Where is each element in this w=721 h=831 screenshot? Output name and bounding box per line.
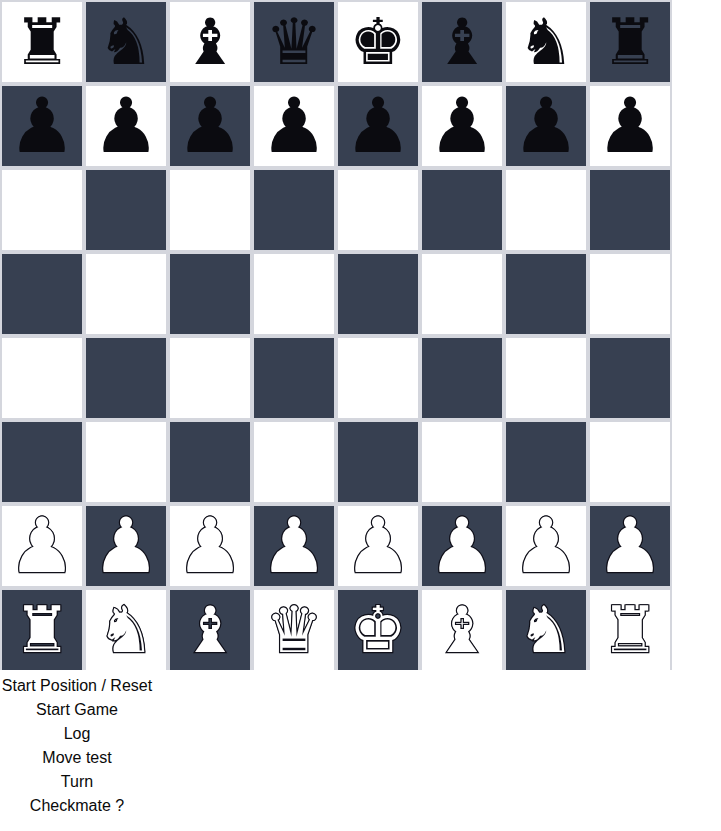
piece-black-knight: ♞ — [97, 10, 154, 74]
square-g4[interactable] — [506, 338, 586, 418]
square-a6[interactable] — [2, 170, 82, 250]
square-h2[interactable]: ♟ — [590, 506, 670, 586]
square-d7[interactable]: ♟ — [254, 86, 334, 166]
square-h3[interactable] — [590, 422, 670, 502]
square-g6[interactable] — [506, 170, 586, 250]
piece-black-knight: ♞ — [517, 10, 574, 74]
piece-black-pawn: ♟ — [8, 88, 76, 164]
square-h1[interactable]: ♜ — [590, 590, 670, 670]
square-c2[interactable]: ♟ — [170, 506, 250, 586]
piece-white-pawn: ♟ — [8, 508, 76, 584]
square-c6[interactable] — [170, 170, 250, 250]
piece-white-rook: ♜ — [601, 598, 658, 662]
square-e7[interactable]: ♟ — [338, 86, 418, 166]
piece-white-pawn: ♟ — [92, 508, 160, 584]
square-f4[interactable] — [422, 338, 502, 418]
square-d8[interactable]: ♛ — [254, 2, 334, 82]
square-b4[interactable] — [86, 338, 166, 418]
square-g1[interactable]: ♞ — [506, 590, 586, 670]
square-f2[interactable]: ♟ — [422, 506, 502, 586]
piece-black-rook: ♜ — [13, 10, 70, 74]
piece-white-rook: ♜ — [13, 598, 70, 662]
square-b2[interactable]: ♟ — [86, 506, 166, 586]
square-b3[interactable] — [86, 422, 166, 502]
piece-white-queen: ♛ — [265, 598, 322, 662]
square-g7[interactable]: ♟ — [506, 86, 586, 166]
piece-black-pawn: ♟ — [596, 88, 664, 164]
piece-white-pawn: ♟ — [344, 508, 412, 584]
square-a4[interactable] — [2, 338, 82, 418]
piece-black-king: ♚ — [349, 10, 406, 74]
piece-white-bishop: ♝ — [181, 598, 238, 662]
square-e4[interactable] — [338, 338, 418, 418]
square-a5[interactable] — [2, 254, 82, 334]
square-c1[interactable]: ♝ — [170, 590, 250, 670]
square-d3[interactable] — [254, 422, 334, 502]
piece-black-pawn: ♟ — [92, 88, 160, 164]
piece-white-pawn: ♟ — [428, 508, 496, 584]
piece-black-bishop: ♝ — [433, 10, 490, 74]
menu-item-checkmate[interactable]: Checkmate ? — [0, 794, 154, 818]
square-f6[interactable] — [422, 170, 502, 250]
square-a2[interactable]: ♟ — [2, 506, 82, 586]
menu-item-move-test[interactable]: Move test — [0, 746, 154, 770]
menu-item-log[interactable]: Log — [0, 722, 154, 746]
piece-white-king: ♚ — [349, 598, 406, 662]
square-g5[interactable] — [506, 254, 586, 334]
square-h6[interactable] — [590, 170, 670, 250]
square-g8[interactable]: ♞ — [506, 2, 586, 82]
square-c3[interactable] — [170, 422, 250, 502]
square-d6[interactable] — [254, 170, 334, 250]
square-b5[interactable] — [86, 254, 166, 334]
menu-item-start-position-reset[interactable]: Start Position / Reset — [0, 674, 154, 698]
square-g3[interactable] — [506, 422, 586, 502]
piece-black-pawn: ♟ — [344, 88, 412, 164]
piece-white-pawn: ♟ — [176, 508, 244, 584]
square-e6[interactable] — [338, 170, 418, 250]
square-b7[interactable]: ♟ — [86, 86, 166, 166]
square-e2[interactable]: ♟ — [338, 506, 418, 586]
menu-item-turn[interactable]: Turn — [0, 770, 154, 794]
square-d4[interactable] — [254, 338, 334, 418]
square-e8[interactable]: ♚ — [338, 2, 418, 82]
square-h4[interactable] — [590, 338, 670, 418]
square-c5[interactable] — [170, 254, 250, 334]
square-f8[interactable]: ♝ — [422, 2, 502, 82]
piece-black-rook: ♜ — [601, 10, 658, 74]
piece-white-knight: ♞ — [517, 598, 574, 662]
game-controls-menu: Start Position / Reset Start Game Log Mo… — [0, 674, 154, 818]
piece-black-bishop: ♝ — [181, 10, 238, 74]
square-a1[interactable]: ♜ — [2, 590, 82, 670]
square-d5[interactable] — [254, 254, 334, 334]
square-c7[interactable]: ♟ — [170, 86, 250, 166]
square-g2[interactable]: ♟ — [506, 506, 586, 586]
square-f3[interactable] — [422, 422, 502, 502]
square-a7[interactable]: ♟ — [2, 86, 82, 166]
square-c4[interactable] — [170, 338, 250, 418]
menu-item-start-game[interactable]: Start Game — [0, 698, 154, 722]
square-f1[interactable]: ♝ — [422, 590, 502, 670]
square-f5[interactable] — [422, 254, 502, 334]
piece-white-bishop: ♝ — [433, 598, 490, 662]
piece-white-knight: ♞ — [97, 598, 154, 662]
square-b6[interactable] — [86, 170, 166, 250]
piece-black-pawn: ♟ — [260, 88, 328, 164]
piece-black-pawn: ♟ — [428, 88, 496, 164]
square-h5[interactable] — [590, 254, 670, 334]
square-e1[interactable]: ♚ — [338, 590, 418, 670]
piece-black-pawn: ♟ — [176, 88, 244, 164]
square-e3[interactable] — [338, 422, 418, 502]
square-f7[interactable]: ♟ — [422, 86, 502, 166]
piece-white-pawn: ♟ — [260, 508, 328, 584]
square-a8[interactable]: ♜ — [2, 2, 82, 82]
chess-board: ♜♞♝♛♚♝♞♜♟♟♟♟♟♟♟♟♟♟♟♟♟♟♟♟♜♞♝♛♚♝♞♜ — [0, 0, 672, 670]
square-d2[interactable]: ♟ — [254, 506, 334, 586]
piece-white-pawn: ♟ — [596, 508, 664, 584]
square-b1[interactable]: ♞ — [86, 590, 166, 670]
square-h8[interactable]: ♜ — [590, 2, 670, 82]
piece-black-queen: ♛ — [265, 10, 322, 74]
square-b8[interactable]: ♞ — [86, 2, 166, 82]
piece-white-pawn: ♟ — [512, 508, 580, 584]
square-a3[interactable] — [2, 422, 82, 502]
square-d1[interactable]: ♛ — [254, 590, 334, 670]
piece-black-pawn: ♟ — [512, 88, 580, 164]
square-c8[interactable]: ♝ — [170, 2, 250, 82]
square-e5[interactable] — [338, 254, 418, 334]
square-h7[interactable]: ♟ — [590, 86, 670, 166]
